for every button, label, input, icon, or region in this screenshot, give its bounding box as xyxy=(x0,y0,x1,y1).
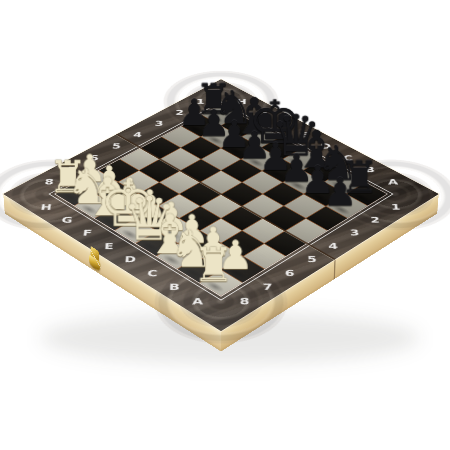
square-a5[interactable] xyxy=(265,231,307,256)
chess-set-product-photo: HGFEDCBA HGFEDCBA 12345678 12345678 ♜♞♝♚… xyxy=(0,0,450,450)
piece-black-pawn[interactable]: ♟ xyxy=(307,174,372,211)
folding-chess-box: HGFEDCBA HGFEDCBA 12345678 12345678 ♜♞♝♚… xyxy=(3,79,439,331)
scene-stage: HGFEDCBA HGFEDCBA 12345678 12345678 ♜♞♝♚… xyxy=(67,40,375,348)
box-fold-gap xyxy=(333,259,335,280)
square-a8[interactable]: ♜ xyxy=(200,270,243,296)
piece-white-rook[interactable]: ♜ xyxy=(179,243,248,288)
board-top-surface: HGFEDCBA HGFEDCBA 12345678 12345678 ♜♞♝♚… xyxy=(3,79,439,331)
